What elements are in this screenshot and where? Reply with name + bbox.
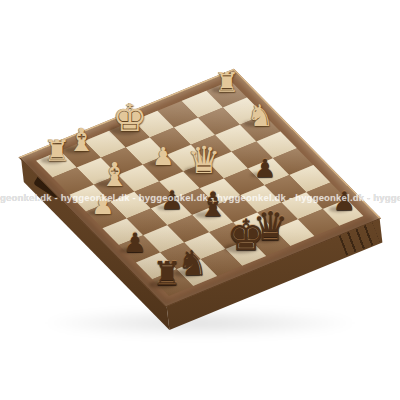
chess-board — [19, 69, 382, 307]
product-photo: geonkel.dk - hyggeonkel.dk - hyggeonkel.… — [0, 0, 400, 400]
